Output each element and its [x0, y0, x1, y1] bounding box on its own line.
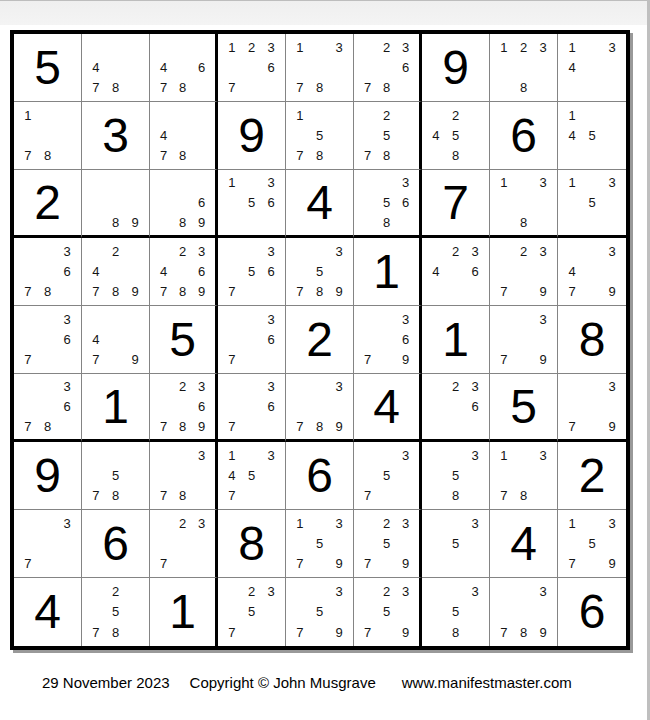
- cell-r6c6[interactable]: 4: [354, 374, 422, 442]
- cell-r7c3[interactable]: 378: [150, 442, 218, 510]
- pencil-mark-2: 2: [377, 581, 396, 602]
- pencil-mark-7: 7: [86, 622, 106, 643]
- pencil-mark-7: 7: [222, 416, 242, 436]
- pencil-slot-empty: [582, 241, 602, 261]
- pencil-mark-7: 7: [290, 282, 310, 302]
- cell-r4c7[interactable]: 2346: [422, 238, 490, 306]
- pencil-slot-empty: [290, 377, 310, 397]
- cell-r7c1[interactable]: 9: [14, 442, 82, 510]
- cell-r9c6[interactable]: 23579: [354, 578, 422, 646]
- cell-r1c5[interactable]: 1378: [286, 34, 354, 102]
- pencil-slot-empty: [261, 465, 281, 485]
- pencil-mark-7: 7: [222, 622, 242, 643]
- pencil-mark-8: 8: [38, 282, 58, 302]
- cell-r5c8[interactable]: 379: [490, 306, 558, 374]
- cell-r5c2[interactable]: 479: [82, 306, 150, 374]
- pencil-slot-empty: [602, 105, 622, 125]
- pencil-slot-empty: [154, 465, 173, 485]
- pencil-mark-9: 9: [125, 282, 145, 302]
- cell-r5c4[interactable]: 367: [218, 306, 286, 374]
- cell-r2c3[interactable]: 478: [150, 102, 218, 170]
- pencil-mark-7: 7: [290, 554, 310, 574]
- pencil-slot-empty: [426, 513, 446, 533]
- pencil-slot-empty: [125, 57, 145, 77]
- pencil-mark-7: 7: [18, 554, 38, 574]
- cell-r8c2[interactable]: 6: [82, 510, 150, 578]
- pencil-slot-empty: [396, 212, 415, 232]
- pencil-slot-empty: [514, 329, 534, 349]
- pencil-slot-empty: [358, 602, 377, 623]
- pencil-mark-1: 1: [290, 37, 310, 57]
- cell-r3c2[interactable]: 89: [82, 170, 150, 238]
- pencil-mark-6: 6: [465, 261, 485, 281]
- cell-r4c3[interactable]: 2346789: [150, 238, 218, 306]
- pencil-slot-empty: [261, 282, 281, 302]
- pencil-mark-7: 7: [290, 416, 310, 436]
- pencil-slot-empty: [426, 377, 446, 397]
- pencil-slot-empty: [57, 416, 77, 436]
- pencil-mark-7: 7: [494, 282, 514, 302]
- pencil-marks: 478: [82, 34, 149, 101]
- pencil-mark-3: 3: [192, 445, 211, 465]
- cell-r8c1[interactable]: 37: [14, 510, 82, 578]
- pencil-slot-empty: [358, 533, 377, 553]
- footer: 29 November 2023Copyright © John Musgrav…: [42, 674, 572, 691]
- pencil-mark-2: 2: [173, 377, 192, 397]
- pencil-mark-5: 5: [310, 261, 330, 281]
- pencil-mark-3: 3: [533, 241, 553, 261]
- pencil-slot-empty: [514, 465, 534, 485]
- pencil-mark-3: 3: [533, 445, 553, 465]
- pencil-mark-5: 5: [377, 533, 396, 553]
- pencil-slot-empty: [173, 173, 192, 193]
- cell-r7c5[interactable]: 6: [286, 442, 354, 510]
- pencil-marks: 2578: [82, 578, 149, 646]
- pencil-slot-empty: [514, 309, 534, 329]
- pencil-mark-8: 8: [106, 78, 126, 98]
- pencil-slot-empty: [310, 37, 330, 57]
- pencil-slot-empty: [125, 486, 145, 506]
- cell-r1c3[interactable]: 4678: [150, 34, 218, 102]
- cell-r1c7[interactable]: 9: [422, 34, 490, 102]
- cell-r3c6[interactable]: 3568: [354, 170, 422, 238]
- pencil-mark-9: 9: [396, 350, 415, 370]
- pencil-mark-3: 3: [329, 581, 349, 602]
- pencil-slot-empty: [426, 105, 446, 125]
- pencil-slot-empty: [18, 377, 38, 397]
- pencil-marks: 2578: [354, 102, 419, 169]
- pencil-slot-empty: [106, 37, 126, 57]
- pencil-mark-7: 7: [562, 282, 582, 302]
- pencil-slot-empty: [310, 377, 330, 397]
- pencil-slot-empty: [494, 57, 514, 77]
- pencil-mark-8: 8: [173, 486, 192, 506]
- cell-r9c4[interactable]: 2357: [218, 578, 286, 646]
- pencil-slot-empty: [582, 78, 602, 98]
- pencil-marks: 1356: [218, 170, 285, 235]
- pencil-slot-empty: [242, 377, 262, 397]
- cell-r4c5[interactable]: 35789: [286, 238, 354, 306]
- pencil-slot-empty: [377, 554, 396, 574]
- cell-r2c7[interactable]: 2458: [422, 102, 490, 170]
- pencil-mark-5: 5: [242, 193, 262, 213]
- pencil-mark-2: 2: [173, 513, 192, 533]
- pencil-slot-empty: [154, 37, 173, 57]
- cell-r9c3[interactable]: 1: [150, 578, 218, 646]
- cell-r5c7[interactable]: 1: [422, 306, 490, 374]
- pencil-mark-9: 9: [602, 416, 622, 436]
- pencil-slot-empty: [446, 397, 466, 417]
- cell-r9c5[interactable]: 3579: [286, 578, 354, 646]
- cell-r7c2[interactable]: 578: [82, 442, 150, 510]
- pencil-slot-empty: [377, 622, 396, 643]
- pencil-slot-empty: [329, 57, 349, 77]
- pencil-mark-4: 4: [154, 57, 173, 77]
- pencil-slot-empty: [86, 193, 106, 213]
- pencil-mark-5: 5: [446, 533, 466, 553]
- pencil-mark-7: 7: [358, 622, 377, 643]
- pencil-mark-5: 5: [582, 125, 602, 145]
- cell-r2c8[interactable]: 6: [490, 102, 558, 170]
- pencil-mark-9: 9: [602, 554, 622, 574]
- pencil-marks: 134: [558, 34, 626, 101]
- cell-r6c9[interactable]: 379: [558, 374, 626, 442]
- pencil-mark-7: 7: [18, 282, 38, 302]
- cell-r7c8[interactable]: 1378: [490, 442, 558, 510]
- cell-r6c5[interactable]: 3789: [286, 374, 354, 442]
- pencil-slot-empty: [514, 350, 534, 370]
- pencil-mark-3: 3: [261, 377, 281, 397]
- cell-r4c4[interactable]: 3567: [218, 238, 286, 306]
- solved-digit: 2: [306, 316, 333, 364]
- cell-r3c4[interactable]: 1356: [218, 170, 286, 238]
- cell-r7c4[interactable]: 13457: [218, 442, 286, 510]
- cell-r2c2[interactable]: 3: [82, 102, 150, 170]
- cell-r3c7[interactable]: 7: [422, 170, 490, 238]
- pencil-mark-7: 7: [154, 282, 173, 302]
- pencil-marks: 367: [14, 306, 81, 373]
- pencil-slot-empty: [582, 57, 602, 77]
- pencil-slot-empty: [173, 57, 192, 77]
- pencil-marks: 2357: [218, 578, 285, 646]
- pencil-slot-empty: [106, 173, 126, 193]
- cell-r2c9[interactable]: 145: [558, 102, 626, 170]
- pencil-marks: 4678: [150, 34, 215, 101]
- pencil-mark-3: 3: [465, 581, 485, 602]
- pencil-slot-empty: [18, 329, 38, 349]
- pencil-mark-4: 4: [154, 125, 173, 145]
- cell-r1c1[interactable]: 5: [14, 34, 82, 102]
- pencil-slot-empty: [562, 533, 582, 553]
- pencil-slot-empty: [242, 622, 262, 643]
- pencil-slot-empty: [582, 416, 602, 436]
- pencil-slot-empty: [310, 397, 330, 417]
- cell-r7c7[interactable]: 358: [422, 442, 490, 510]
- pencil-slot-empty: [38, 377, 58, 397]
- pencil-marks: 12367: [218, 34, 285, 101]
- pencil-mark-3: 3: [602, 377, 622, 397]
- pencil-slot-empty: [514, 261, 534, 281]
- pencil-slot-empty: [38, 513, 58, 533]
- pencil-mark-2: 2: [242, 581, 262, 602]
- pencil-slot-empty: [261, 416, 281, 436]
- pencil-slot-empty: [494, 78, 514, 98]
- cell-r4c9[interactable]: 3479: [558, 238, 626, 306]
- pencil-marks: 2458: [422, 102, 489, 169]
- pencil-mark-3: 3: [533, 581, 553, 602]
- solved-digit: 9: [238, 112, 265, 160]
- pencil-marks: 1378: [490, 442, 557, 509]
- pencil-mark-5: 5: [377, 465, 396, 485]
- cell-r8c3[interactable]: 237: [150, 510, 218, 578]
- pencil-mark-3: 3: [533, 309, 553, 329]
- pencil-slot-empty: [514, 193, 534, 213]
- pencil-marks: 3579: [286, 578, 353, 646]
- pencil-slot-empty: [494, 329, 514, 349]
- cell-r5c3[interactable]: 5: [150, 306, 218, 374]
- cell-r6c7[interactable]: 236: [422, 374, 490, 442]
- pencil-mark-8: 8: [310, 78, 330, 98]
- cell-r1c9[interactable]: 134: [558, 34, 626, 102]
- pencil-mark-3: 3: [396, 581, 415, 602]
- pencil-mark-9: 9: [533, 350, 553, 370]
- pencil-mark-7: 7: [222, 486, 242, 506]
- pencil-mark-9: 9: [396, 622, 415, 643]
- pencil-mark-3: 3: [533, 173, 553, 193]
- pencil-slot-empty: [173, 193, 192, 213]
- cell-r6c1[interactable]: 3678: [14, 374, 82, 442]
- pencil-slot-empty: [38, 241, 58, 261]
- pencil-slot-empty: [396, 125, 415, 145]
- pencil-mark-4: 4: [562, 261, 582, 281]
- pencil-slot-empty: [494, 193, 514, 213]
- pencil-slot-empty: [494, 465, 514, 485]
- pencil-mark-1: 1: [290, 105, 310, 125]
- pencil-slot-empty: [494, 261, 514, 281]
- pencil-mark-3: 3: [602, 241, 622, 261]
- pencil-mark-3: 3: [602, 173, 622, 193]
- pencil-slot-empty: [446, 581, 466, 602]
- cell-r9c7[interactable]: 358: [422, 578, 490, 646]
- cell-r3c5[interactable]: 4: [286, 170, 354, 238]
- cell-r5c9[interactable]: 8: [558, 306, 626, 374]
- pencil-slot-empty: [290, 125, 310, 145]
- cell-r2c6[interactable]: 2578: [354, 102, 422, 170]
- pencil-marks: 23579: [354, 510, 419, 577]
- pencil-mark-2: 2: [377, 513, 396, 533]
- cell-r1c6[interactable]: 23678: [354, 34, 422, 102]
- pencil-slot-empty: [192, 486, 211, 506]
- solved-digit: 6: [579, 588, 606, 636]
- pencil-slot-empty: [18, 261, 38, 281]
- pencil-slot-empty: [242, 445, 262, 465]
- pencil-mark-8: 8: [173, 282, 192, 302]
- pencil-mark-3: 3: [192, 513, 211, 533]
- pencil-marks: 135: [558, 170, 626, 235]
- cell-r2c4[interactable]: 9: [218, 102, 286, 170]
- pencil-mark-7: 7: [18, 416, 38, 436]
- pencil-mark-3: 3: [261, 309, 281, 329]
- pencil-mark-8: 8: [310, 146, 330, 166]
- pencil-slot-empty: [261, 602, 281, 623]
- pencil-slot-empty: [261, 78, 281, 98]
- pencil-slot-empty: [465, 622, 485, 643]
- pencil-mark-3: 3: [329, 241, 349, 261]
- pencil-marks: 378: [150, 442, 215, 509]
- pencil-mark-4: 4: [562, 125, 582, 145]
- pencil-marks: 236: [422, 374, 489, 439]
- pencil-slot-empty: [358, 581, 377, 602]
- cell-r1c8[interactable]: 1238: [490, 34, 558, 102]
- pencil-slot-empty: [358, 125, 377, 145]
- pencil-slot-empty: [125, 309, 145, 329]
- cell-r5c6[interactable]: 3679: [354, 306, 422, 374]
- cell-r9c8[interactable]: 3789: [490, 578, 558, 646]
- pencil-mark-4: 4: [426, 125, 446, 145]
- pencil-marks: 479: [82, 306, 149, 373]
- pencil-mark-7: 7: [290, 78, 310, 98]
- pencil-slot-empty: [86, 465, 106, 485]
- pencil-mark-3: 3: [261, 173, 281, 193]
- pencil-slot-empty: [242, 486, 262, 506]
- cell-r4c1[interactable]: 3678: [14, 238, 82, 306]
- pencil-slot-empty: [377, 350, 396, 370]
- pencil-slot-empty: [38, 309, 58, 329]
- pencil-slot-empty: [377, 309, 396, 329]
- pencil-slot-empty: [154, 241, 173, 261]
- cell-r8c5[interactable]: 13579: [286, 510, 354, 578]
- pencil-slot-empty: [426, 622, 446, 643]
- cell-r3c1[interactable]: 2: [14, 170, 82, 238]
- cell-r9c1[interactable]: 4: [14, 578, 82, 646]
- pencil-mark-7: 7: [494, 486, 514, 506]
- cell-r3c3[interactable]: 689: [150, 170, 218, 238]
- pencil-slot-empty: [106, 445, 126, 465]
- pencil-slot-empty: [57, 125, 77, 145]
- pencil-mark-6: 6: [396, 193, 415, 213]
- pencil-slot-empty: [106, 57, 126, 77]
- pencil-mark-6: 6: [261, 57, 281, 77]
- pencil-slot-empty: [446, 282, 466, 302]
- pencil-mark-1: 1: [494, 37, 514, 57]
- pencil-slot-empty: [222, 193, 242, 213]
- cell-r1c2[interactable]: 478: [82, 34, 150, 102]
- cell-r8c7[interactable]: 35: [422, 510, 490, 578]
- cell-r3c8[interactable]: 138: [490, 170, 558, 238]
- pencil-mark-7: 7: [154, 146, 173, 166]
- solved-digit: 6: [102, 520, 129, 568]
- solved-digit: 8: [238, 520, 265, 568]
- pencil-mark-8: 8: [446, 622, 466, 643]
- cell-r8c8[interactable]: 4: [490, 510, 558, 578]
- pencil-mark-1: 1: [222, 445, 242, 465]
- pencil-mark-9: 9: [192, 416, 211, 436]
- pencil-slot-empty: [465, 416, 485, 436]
- pencil-mark-2: 2: [446, 377, 466, 397]
- pencil-slot-empty: [582, 282, 602, 302]
- cell-r5c5[interactable]: 2: [286, 306, 354, 374]
- pencil-slot-empty: [242, 350, 262, 370]
- cell-r5c1[interactable]: 367: [14, 306, 82, 374]
- pencil-slot-empty: [125, 37, 145, 57]
- pencil-slot-empty: [222, 602, 242, 623]
- cell-r3c9[interactable]: 135: [558, 170, 626, 238]
- pencil-slot-empty: [18, 241, 38, 261]
- cell-r8c9[interactable]: 13579: [558, 510, 626, 578]
- pencil-mark-8: 8: [446, 486, 466, 506]
- pencil-slot-empty: [222, 241, 242, 261]
- pencil-slot-empty: [154, 445, 173, 465]
- pencil-slot-empty: [396, 105, 415, 125]
- pencil-slot-empty: [533, 465, 553, 485]
- cell-r1c4[interactable]: 12367: [218, 34, 286, 102]
- pencil-slot-empty: [465, 105, 485, 125]
- pencil-marks: 2346: [422, 238, 489, 305]
- pencil-slot-empty: [562, 397, 582, 417]
- cell-r8c6[interactable]: 23579: [354, 510, 422, 578]
- cell-r7c6[interactable]: 357: [354, 442, 422, 510]
- pencil-slot-empty: [261, 622, 281, 643]
- cell-r9c9[interactable]: 6: [558, 578, 626, 646]
- pencil-slot-empty: [38, 350, 58, 370]
- pencil-slot-empty: [602, 193, 622, 213]
- pencil-slot-empty: [222, 329, 242, 349]
- footer-website-link[interactable]: www.manifestmaster.com: [402, 674, 572, 691]
- pencil-slot-empty: [57, 533, 77, 553]
- pencil-mark-8: 8: [173, 78, 192, 98]
- pencil-mark-4: 4: [86, 329, 106, 349]
- cell-r6c2[interactable]: 1: [82, 374, 150, 442]
- pencil-slot-empty: [358, 105, 377, 125]
- pencil-slot-empty: [533, 57, 553, 77]
- pencil-mark-8: 8: [377, 212, 396, 232]
- pencil-slot-empty: [329, 125, 349, 145]
- pencil-mark-1: 1: [562, 173, 582, 193]
- pencil-slot-empty: [426, 465, 446, 485]
- cell-r4c8[interactable]: 2379: [490, 238, 558, 306]
- pencil-mark-3: 3: [57, 513, 77, 533]
- pencil-slot-empty: [57, 350, 77, 370]
- pencil-slot-empty: [602, 57, 622, 77]
- pencil-slot-empty: [222, 309, 242, 329]
- pencil-mark-7: 7: [494, 622, 514, 643]
- cell-r7c9[interactable]: 2: [558, 442, 626, 510]
- cell-r4c2[interactable]: 24789: [82, 238, 150, 306]
- pencil-slot-empty: [602, 397, 622, 417]
- pencil-slot-empty: [426, 581, 446, 602]
- cell-r2c5[interactable]: 1578: [286, 102, 354, 170]
- solved-digit: 1: [442, 316, 469, 364]
- pencil-slot-empty: [106, 350, 126, 370]
- pencil-mark-7: 7: [86, 486, 106, 506]
- pencil-marks: 23678: [354, 34, 419, 101]
- pencil-mark-2: 2: [106, 581, 126, 602]
- pencil-mark-2: 2: [173, 241, 192, 261]
- cell-r2c1[interactable]: 178: [14, 102, 82, 170]
- pencil-mark-7: 7: [18, 146, 38, 166]
- cell-r6c4[interactable]: 367: [218, 374, 286, 442]
- cell-r8c4[interactable]: 8: [218, 510, 286, 578]
- pencil-slot-empty: [173, 533, 192, 553]
- pencil-slot-empty: [57, 105, 77, 125]
- cell-r9c2[interactable]: 2578: [82, 578, 150, 646]
- solved-digit: 7: [442, 179, 469, 227]
- solved-digit: 4: [373, 383, 400, 431]
- cell-r4c6[interactable]: 1: [354, 238, 422, 306]
- cell-r6c3[interactable]: 236789: [150, 374, 218, 442]
- pencil-mark-5: 5: [582, 193, 602, 213]
- cell-r6c8[interactable]: 5: [490, 374, 558, 442]
